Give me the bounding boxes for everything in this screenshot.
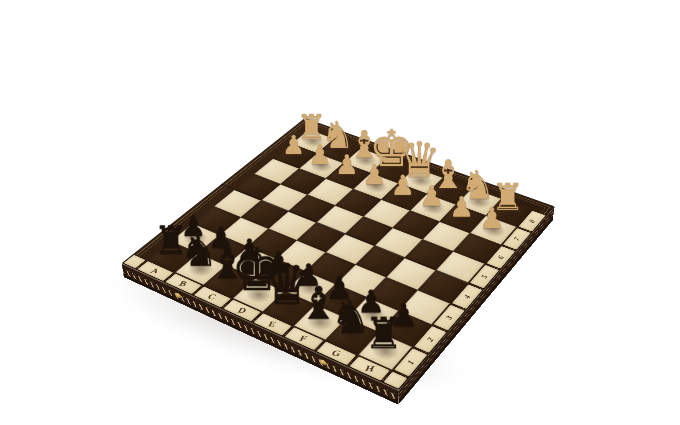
board-face: ♜♞♝♚♛♝♞♜8♟♟♟♟♟♟♟♟76543♟♟♟♟♟♟♟♟2♜♞♝♚♛♝♞♜1… bbox=[122, 118, 555, 390]
board-grid: ♜♞♝♚♛♝♞♜8♟♟♟♟♟♟♟♟76543♟♟♟♟♟♟♟♟2♜♞♝♚♛♝♞♜1… bbox=[122, 118, 555, 390]
piece-shadow bbox=[355, 303, 391, 327]
rank-number: 7 bbox=[511, 236, 523, 242]
piece-shadow bbox=[234, 252, 268, 273]
piece-shadow bbox=[156, 246, 190, 267]
file-letter: F bbox=[299, 334, 309, 344]
file-letter: B bbox=[178, 279, 188, 287]
piece-shadow bbox=[417, 198, 449, 217]
rank-number: 1 bbox=[404, 358, 417, 366]
chess-board-3d: ♜♞♝♚♛♝♞♜8♟♟♟♟♟♟♟♟76543♟♟♟♟♟♟♟♟2♜♞♝♚♛♝♞♜1… bbox=[122, 118, 555, 390]
file-letter: H bbox=[364, 363, 375, 373]
rim bbox=[157, 218, 193, 242]
rank-number: 4 bbox=[461, 293, 474, 300]
piece-shadow bbox=[405, 172, 436, 190]
piece-shadow bbox=[387, 316, 423, 340]
piece-shadow bbox=[334, 324, 371, 349]
file-letter: E bbox=[268, 320, 278, 329]
file-letter: G bbox=[331, 348, 341, 358]
piece-shadow bbox=[323, 290, 358, 313]
rank-number: 6 bbox=[495, 254, 507, 260]
piece-shadow bbox=[493, 203, 525, 222]
rank-number: 8 bbox=[526, 218, 538, 224]
rank-number: 5 bbox=[478, 273, 490, 280]
file-letter: D bbox=[237, 306, 247, 315]
chess-set-product-photo: ♜♞♝♚♛♝♞♜8♟♟♟♟♟♟♟♟76543♟♟♟♟♟♟♟♟2♜♞♝♚♛♝♞♜1… bbox=[0, 0, 680, 425]
rank-number: 3 bbox=[443, 314, 456, 321]
file-letter: C bbox=[207, 293, 217, 302]
piece-shadow bbox=[293, 277, 328, 299]
piece-shadow bbox=[178, 228, 212, 248]
rank-number: 2 bbox=[424, 336, 437, 343]
piece-shadow bbox=[447, 209, 479, 228]
piece-shadow bbox=[271, 297, 307, 320]
piece-shadow bbox=[477, 220, 509, 240]
piece-shadow bbox=[367, 338, 404, 363]
file-letter: A bbox=[150, 267, 160, 275]
